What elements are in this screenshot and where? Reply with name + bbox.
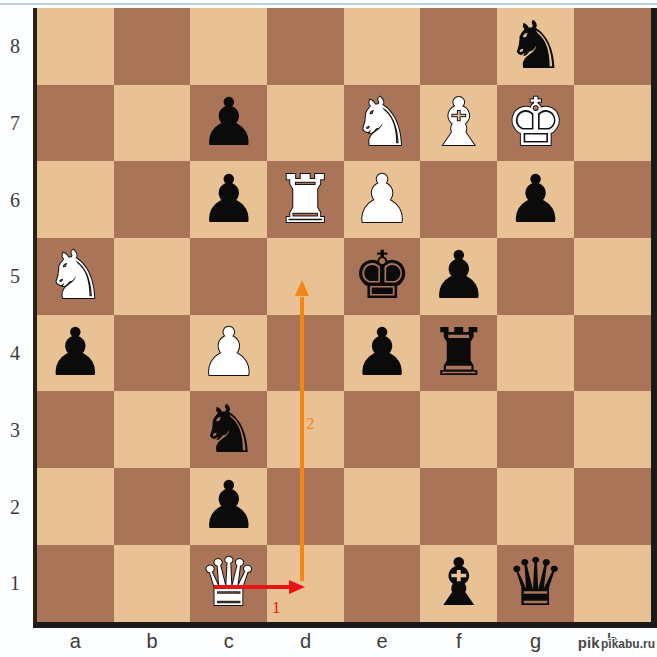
square-d7[interactable]	[267, 85, 344, 162]
piece-white-rook-d6[interactable]: ♜	[267, 161, 344, 238]
square-g2[interactable]	[497, 468, 574, 545]
file-label-b: b	[132, 630, 172, 653]
square-g1[interactable]: ♛	[497, 545, 574, 622]
piece-black-pawn-e4[interactable]: ♟	[344, 315, 421, 392]
watermark: pik pikabu.ru	[578, 634, 655, 652]
file-label-g: g	[516, 630, 556, 653]
square-c4[interactable]: ♟	[190, 315, 267, 392]
square-e5[interactable]: ♚	[344, 238, 421, 315]
square-a3[interactable]	[37, 391, 114, 468]
square-a4[interactable]: ♟	[37, 315, 114, 392]
square-g3[interactable]	[497, 391, 574, 468]
rank-label-2: 2	[0, 495, 30, 518]
rank-label-7: 7	[0, 112, 30, 135]
rank-label-5: 5	[0, 265, 30, 288]
square-c7[interactable]: ♟	[190, 85, 267, 162]
piece-white-bishop-f7[interactable]: ♝	[420, 85, 497, 162]
square-h8[interactable]	[574, 8, 651, 85]
square-d4[interactable]	[267, 315, 344, 392]
file-label-c: c	[209, 630, 249, 653]
square-b7[interactable]	[114, 85, 191, 162]
piece-black-pawn-c6[interactable]: ♟	[190, 161, 267, 238]
square-d5[interactable]	[267, 238, 344, 315]
square-d6[interactable]: ♜	[267, 161, 344, 238]
square-f8[interactable]	[420, 8, 497, 85]
window-top-edge-line	[0, 3, 657, 5]
piece-black-pawn-c2[interactable]: ♟	[190, 468, 267, 545]
piece-white-queen-c1[interactable]: ♛	[190, 545, 267, 622]
square-f4[interactable]: ♜	[420, 315, 497, 392]
square-b2[interactable]	[114, 468, 191, 545]
file-label-a: a	[55, 630, 95, 653]
file-label-f: f	[439, 630, 479, 653]
square-b6[interactable]	[114, 161, 191, 238]
square-e8[interactable]	[344, 8, 421, 85]
square-b5[interactable]	[114, 238, 191, 315]
chess-board: ♞♟♞♝♚♟♜♟♟♞♚♟♟♟♟♜♞♟♛♝♛	[37, 8, 651, 622]
square-f3[interactable]	[420, 391, 497, 468]
square-h5[interactable]	[574, 238, 651, 315]
rank-label-3: 3	[0, 418, 30, 441]
square-e3[interactable]	[344, 391, 421, 468]
square-b3[interactable]	[114, 391, 191, 468]
square-h2[interactable]	[574, 468, 651, 545]
square-f7[interactable]: ♝	[420, 85, 497, 162]
square-f5[interactable]: ♟	[420, 238, 497, 315]
piece-black-bishop-f1[interactable]: ♝	[420, 545, 497, 622]
square-g7[interactable]: ♚	[497, 85, 574, 162]
square-c5[interactable]	[190, 238, 267, 315]
square-a8[interactable]	[37, 8, 114, 85]
piece-black-pawn-f5[interactable]: ♟	[420, 238, 497, 315]
square-h1[interactable]	[574, 545, 651, 622]
watermark-prefix: pik	[578, 634, 600, 651]
piece-black-pawn-g6[interactable]: ♟	[497, 161, 574, 238]
file-label-e: e	[362, 630, 402, 653]
square-h3[interactable]	[574, 391, 651, 468]
piece-black-knight-g8[interactable]: ♞	[497, 8, 574, 85]
watermark-text: pikabu.ru	[601, 637, 655, 651]
square-d1[interactable]	[267, 545, 344, 622]
square-a6[interactable]	[37, 161, 114, 238]
rank-label-1: 1	[0, 572, 30, 595]
square-b4[interactable]	[114, 315, 191, 392]
rank-label-4: 4	[0, 342, 30, 365]
piece-black-pawn-a4[interactable]: ♟	[37, 315, 114, 392]
square-h6[interactable]	[574, 161, 651, 238]
square-d8[interactable]	[267, 8, 344, 85]
square-a7[interactable]	[37, 85, 114, 162]
piece-white-pawn-c4[interactable]: ♟	[190, 315, 267, 392]
square-g6[interactable]: ♟	[497, 161, 574, 238]
square-e6[interactable]: ♟	[344, 161, 421, 238]
chess-board-frame: ♞♟♞♝♚♟♜♟♟♞♚♟♟♟♟♜♞♟♛♝♛	[33, 8, 657, 628]
square-c2[interactable]: ♟	[190, 468, 267, 545]
square-e4[interactable]: ♟	[344, 315, 421, 392]
piece-black-king-e5[interactable]: ♚	[344, 238, 421, 315]
square-g8[interactable]: ♞	[497, 8, 574, 85]
piece-black-knight-c3[interactable]: ♞	[190, 391, 267, 468]
rank-label-6: 6	[0, 188, 30, 211]
square-a2[interactable]	[37, 468, 114, 545]
square-g5[interactable]	[497, 238, 574, 315]
square-e1[interactable]	[344, 545, 421, 622]
square-f1[interactable]: ♝	[420, 545, 497, 622]
square-c8[interactable]	[190, 8, 267, 85]
square-f6[interactable]	[420, 161, 497, 238]
square-c6[interactable]: ♟	[190, 161, 267, 238]
piece-black-rook-f4[interactable]: ♜	[420, 315, 497, 392]
square-g4[interactable]	[497, 315, 574, 392]
square-a5[interactable]: ♞	[37, 238, 114, 315]
square-d3[interactable]	[267, 391, 344, 468]
square-d2[interactable]	[267, 468, 344, 545]
square-h7[interactable]	[574, 85, 651, 162]
piece-black-queen-g1[interactable]: ♛	[497, 545, 574, 622]
square-c3[interactable]: ♞	[190, 391, 267, 468]
piece-white-pawn-e6[interactable]: ♟	[344, 161, 421, 238]
piece-black-pawn-c7[interactable]: ♟	[190, 85, 267, 162]
square-h4[interactable]	[574, 315, 651, 392]
square-a1[interactable]	[37, 545, 114, 622]
square-e2[interactable]	[344, 468, 421, 545]
square-f2[interactable]	[420, 468, 497, 545]
rank-label-8: 8	[0, 35, 30, 58]
square-e7[interactable]: ♞	[344, 85, 421, 162]
piece-white-knight-e7[interactable]: ♞	[344, 85, 421, 162]
piece-white-king-g7[interactable]: ♚	[497, 85, 574, 162]
square-b8[interactable]	[114, 8, 191, 85]
file-label-d: d	[285, 630, 325, 653]
square-b1[interactable]	[114, 545, 191, 622]
square-c1[interactable]: ♛	[190, 545, 267, 622]
piece-white-knight-a5[interactable]: ♞	[37, 238, 114, 315]
